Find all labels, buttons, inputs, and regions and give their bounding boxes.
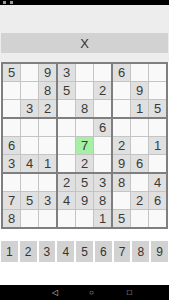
top-section: X	[0, 5, 169, 62]
numpad-button-1[interactable]: 1	[1, 241, 18, 262]
cell-r9c8[interactable]	[131, 210, 148, 227]
cell-r6c2[interactable]: 4	[21, 155, 38, 172]
cell-r2c5[interactable]	[76, 82, 93, 99]
box-8: 2534981	[58, 174, 111, 227]
cell-r7c2[interactable]	[21, 174, 38, 191]
box-5: 672	[58, 119, 111, 172]
cell-r2c7[interactable]	[113, 82, 130, 99]
cell-r9c1[interactable]: 8	[3, 210, 20, 227]
cell-r5c7[interactable]: 2	[113, 137, 130, 154]
back-icon[interactable]: ◁	[52, 285, 58, 300]
cell-r5c3[interactable]	[39, 137, 56, 154]
box-7: 7538	[3, 174, 56, 227]
cell-r6c3[interactable]: 1	[39, 155, 56, 172]
cell-r3c8[interactable]: 1	[131, 100, 148, 117]
cell-r9c6[interactable]: 1	[94, 210, 111, 227]
cell-r7c5[interactable]: 5	[76, 174, 93, 191]
cell-r7c4[interactable]: 2	[58, 174, 75, 191]
cell-r7c3[interactable]	[39, 174, 56, 191]
cell-r2c2[interactable]	[21, 82, 38, 99]
cell-r7c1[interactable]	[3, 174, 20, 191]
cell-r3c5[interactable]: 8	[76, 100, 93, 117]
cell-r5c8[interactable]	[131, 137, 148, 154]
cell-r4c7[interactable]	[113, 119, 130, 136]
cell-r2c4[interactable]: 5	[58, 82, 75, 99]
x-clear-button[interactable]: X	[1, 33, 168, 53]
cell-r4c8[interactable]	[131, 119, 148, 136]
cell-r8c1[interactable]: 7	[3, 192, 20, 209]
numpad-button-9[interactable]: 9	[151, 241, 168, 262]
cell-r6c7[interactable]: 9	[113, 155, 130, 172]
cell-r6c5[interactable]: 2	[76, 155, 93, 172]
cell-r8c5[interactable]: 9	[76, 192, 93, 209]
cell-r5c6[interactable]	[94, 137, 111, 154]
cell-r1c4[interactable]: 3	[58, 64, 75, 81]
numpad-button-6[interactable]: 6	[95, 241, 112, 262]
cell-r3c9[interactable]: 5	[149, 100, 166, 117]
cell-r3c4[interactable]	[58, 100, 75, 117]
cell-r6c4[interactable]	[58, 155, 75, 172]
numpad-button-4[interactable]: 4	[57, 241, 74, 262]
cell-r4c5[interactable]	[76, 119, 93, 136]
cell-r8c2[interactable]: 5	[21, 192, 38, 209]
cell-r3c7[interactable]	[113, 100, 130, 117]
cell-r9c2[interactable]	[21, 210, 38, 227]
cell-r4c4[interactable]	[58, 119, 75, 136]
cell-r1c7[interactable]: 6	[113, 64, 130, 81]
cell-r9c5[interactable]	[76, 210, 93, 227]
box-1: 59832	[3, 64, 56, 117]
cell-r8c6[interactable]: 8	[94, 192, 111, 209]
cell-r1c3[interactable]: 9	[39, 64, 56, 81]
notification-icon-2	[10, 1, 13, 4]
status-bar	[0, 0, 169, 5]
cell-r7c7[interactable]: 8	[113, 174, 130, 191]
cell-r6c9[interactable]	[149, 155, 166, 172]
box-9: 84265	[113, 174, 166, 227]
cell-r3c3[interactable]: 2	[39, 100, 56, 117]
numpad-button-5[interactable]: 5	[76, 241, 93, 262]
cell-r1c9[interactable]	[149, 64, 166, 81]
cell-r2c3[interactable]: 8	[39, 82, 56, 99]
cell-r1c1[interactable]: 5	[3, 64, 20, 81]
cell-r9c9[interactable]	[149, 210, 166, 227]
box-3: 6915	[113, 64, 166, 117]
cell-r9c7[interactable]: 5	[113, 210, 130, 227]
numpad: 123456789	[0, 241, 169, 262]
cell-r2c6[interactable]: 2	[94, 82, 111, 99]
box-2: 3528	[58, 64, 111, 117]
cell-r8c8[interactable]: 2	[131, 192, 148, 209]
cell-r1c2[interactable]	[21, 64, 38, 81]
cell-r9c4[interactable]	[58, 210, 75, 227]
box-4: 6341	[3, 119, 56, 172]
numpad-button-3[interactable]: 3	[39, 241, 56, 262]
cell-r5c5[interactable]: 7	[76, 137, 93, 154]
cell-r9c3[interactable]	[39, 210, 56, 227]
home-icon[interactable]: ○	[89, 285, 94, 300]
cell-r5c1[interactable]: 6	[3, 137, 20, 154]
cell-r7c9[interactable]: 4	[149, 174, 166, 191]
cell-r3c2[interactable]: 3	[21, 100, 38, 117]
cell-r8c7[interactable]	[113, 192, 130, 209]
cell-r1c6[interactable]	[94, 64, 111, 81]
cell-r1c5[interactable]	[76, 64, 93, 81]
notification-icon	[3, 1, 6, 4]
box-6: 2196	[113, 119, 166, 172]
numpad-button-2[interactable]: 2	[20, 241, 37, 262]
cell-r7c8[interactable]	[131, 174, 148, 191]
sudoku-board: 5983235286915634167221967538253498184265	[1, 62, 168, 229]
cell-r8c3[interactable]: 3	[39, 192, 56, 209]
cell-r7c6[interactable]: 3	[94, 174, 111, 191]
cell-r2c1[interactable]	[3, 82, 20, 99]
cell-r8c4[interactable]: 4	[58, 192, 75, 209]
android-nav-bar: ◁ ○ □	[0, 285, 169, 300]
cell-r3c6[interactable]	[94, 100, 111, 117]
cell-r4c1[interactable]	[3, 119, 20, 136]
cell-r4c2[interactable]	[21, 119, 38, 136]
cell-r6c1[interactable]: 3	[3, 155, 20, 172]
cell-r4c3[interactable]	[39, 119, 56, 136]
cell-r5c4[interactable]	[58, 137, 75, 154]
recents-icon[interactable]: □	[127, 285, 132, 300]
cell-r5c2[interactable]	[21, 137, 38, 154]
cell-r6c8[interactable]: 6	[131, 155, 148, 172]
cell-r8c9[interactable]: 6	[149, 192, 166, 209]
cell-r4c6[interactable]: 6	[94, 119, 111, 136]
numpad-button-7[interactable]: 7	[114, 241, 131, 262]
cell-r3c1[interactable]	[3, 100, 20, 117]
cell-r5c9[interactable]: 1	[149, 137, 166, 154]
cell-r2c8[interactable]: 9	[131, 82, 148, 99]
cell-r6c6[interactable]	[94, 155, 111, 172]
cell-r2c9[interactable]	[149, 82, 166, 99]
cell-r1c8[interactable]	[131, 64, 148, 81]
cell-r4c9[interactable]	[149, 119, 166, 136]
numpad-button-8[interactable]: 8	[132, 241, 149, 262]
